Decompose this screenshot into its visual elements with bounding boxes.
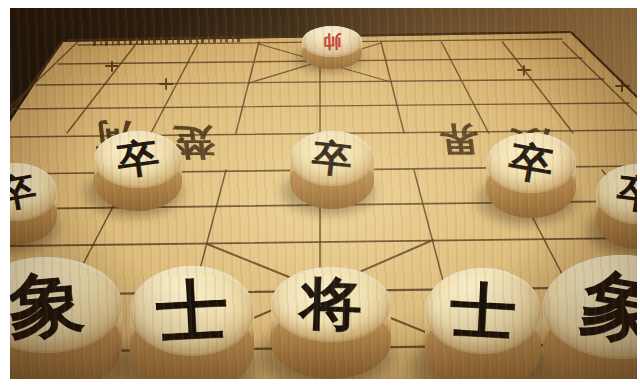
black-soldier-file-e[interactable]: 卒 [290, 131, 374, 209]
black-soldier-file-c[interactable]: 卒 [94, 131, 182, 211]
piece-character: 士 [154, 276, 229, 346]
black-soldier-file-i[interactable]: 卒 [596, 164, 637, 249]
piece-face: 士 [425, 268, 541, 354]
piece-face: 卒 [486, 133, 576, 193]
piece-face: 帅 [302, 26, 362, 57]
piece-face: 将 [271, 267, 391, 342]
piece-face: 卒 [290, 131, 374, 186]
piece-face: 士 [130, 266, 254, 356]
red-general[interactable]: 帅 [302, 26, 362, 69]
black-advisor-left[interactable]: 士 [130, 266, 254, 379]
piece-character: 卒 [506, 139, 556, 187]
piece-character: 卒 [115, 137, 162, 181]
piece-face: 卒 [94, 131, 182, 188]
black-elephant-right[interactable]: 象 [543, 255, 637, 379]
river-char-2: 界 [436, 117, 482, 162]
black-advisor-right[interactable]: 士 [425, 268, 541, 379]
black-general[interactable]: 将 [271, 267, 391, 379]
piece-character: 士 [448, 279, 517, 343]
piece-character: 象 [576, 264, 637, 350]
black-soldier-file-g[interactable]: 卒 [486, 133, 576, 218]
xiangqi-board-photo: 河楚界漢 帅卒卒卒卒卒象士将士象 [10, 8, 637, 379]
piece-character: 卒 [615, 172, 637, 216]
piece-character: 帅 [322, 32, 342, 50]
piece-character: 卒 [10, 170, 39, 213]
screenshot-frame: 河楚界漢 帅卒卒卒卒卒象士将士象 [0, 0, 640, 387]
piece-character: 卒 [310, 138, 354, 179]
black-soldier-file-a[interactable]: 卒 [10, 163, 57, 245]
black-elephant-left[interactable]: 象 [10, 257, 122, 379]
piece-character: 象 [10, 267, 87, 343]
piece-character: 将 [299, 274, 363, 333]
